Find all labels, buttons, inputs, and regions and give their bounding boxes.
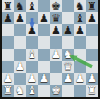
piece-black-king[interactable]: ♚	[50, 0, 62, 12]
square-e8[interactable]: ♚	[50, 0, 62, 12]
square-c4[interactable]: ♝	[26, 49, 38, 61]
piece-white-pawn[interactable]: ♟	[14, 61, 26, 73]
piece-black-queen[interactable]: ♛	[50, 12, 62, 24]
piece-white-bishop[interactable]: ♝	[26, 49, 38, 61]
piece-black-bishop[interactable]: ♝	[26, 0, 38, 12]
app-background: ♜♞♝♚♞♜♟♟♟♛♝♟♟♟♟♟♝♟♞♟♛♟♟♟♟♟♟♜♞♝♚♜	[0, 0, 100, 99]
piece-white-pawn[interactable]: ♟	[50, 49, 62, 61]
square-g7[interactable]: ♝	[74, 12, 86, 24]
square-d1[interactable]	[38, 85, 50, 97]
piece-white-pawn[interactable]: ♟	[38, 73, 50, 85]
square-d7[interactable]: ♟	[38, 12, 50, 24]
piece-white-pawn[interactable]: ♟	[86, 73, 98, 85]
square-e7[interactable]: ♛	[50, 12, 62, 24]
square-b5[interactable]	[14, 36, 26, 48]
square-f1[interactable]	[62, 85, 74, 97]
square-d5[interactable]	[38, 36, 50, 48]
square-g1[interactable]	[74, 85, 86, 97]
piece-black-knight[interactable]: ♞	[74, 0, 86, 12]
square-b7[interactable]: ♟	[14, 12, 26, 24]
square-d3[interactable]	[38, 61, 50, 73]
square-g5[interactable]	[74, 36, 86, 48]
square-f3[interactable]: ♛	[62, 61, 74, 73]
square-h5[interactable]	[86, 36, 98, 48]
square-c6[interactable]: ♟	[26, 24, 38, 36]
square-h6[interactable]	[86, 24, 98, 36]
square-f5[interactable]	[62, 36, 74, 48]
piece-white-king[interactable]: ♚	[50, 85, 62, 97]
piece-black-pawn[interactable]: ♟	[38, 12, 50, 24]
piece-black-pawn[interactable]: ♟	[26, 24, 38, 36]
square-a3[interactable]	[2, 61, 14, 73]
piece-black-pawn[interactable]: ♟	[62, 24, 74, 36]
piece-white-rook[interactable]: ♜	[86, 85, 98, 97]
square-h8[interactable]: ♜	[86, 0, 98, 12]
square-a1[interactable]: ♜	[2, 85, 14, 97]
square-a4[interactable]	[2, 49, 14, 61]
piece-black-pawn[interactable]: ♟	[2, 12, 14, 24]
piece-black-rook[interactable]: ♜	[86, 0, 98, 12]
piece-white-pawn[interactable]: ♟	[62, 73, 74, 85]
square-g6[interactable]: ♟	[74, 24, 86, 36]
square-b3[interactable]: ♟	[14, 61, 26, 73]
piece-white-knight[interactable]: ♞	[62, 49, 74, 61]
square-b4[interactable]	[14, 49, 26, 61]
square-c3[interactable]	[26, 61, 38, 73]
piece-black-pawn[interactable]: ♟	[14, 12, 26, 24]
square-g8[interactable]: ♞	[74, 0, 86, 12]
square-f7[interactable]	[62, 12, 74, 24]
piece-black-pawn[interactable]: ♟	[86, 12, 98, 24]
square-e4[interactable]: ♟	[50, 49, 62, 61]
chess-board[interactable]: ♜♞♝♚♞♜♟♟♟♛♝♟♟♟♟♟♝♟♞♟♛♟♟♟♟♟♟♜♞♝♚♜	[2, 0, 98, 97]
square-a6[interactable]	[2, 24, 14, 36]
piece-white-queen[interactable]: ♛	[62, 61, 74, 73]
square-g2[interactable]: ♟	[74, 73, 86, 85]
square-b6[interactable]	[14, 24, 26, 36]
piece-black-pawn[interactable]: ♟	[50, 24, 62, 36]
square-f6[interactable]: ♟	[62, 24, 74, 36]
piece-white-pawn[interactable]: ♟	[74, 73, 86, 85]
piece-white-knight[interactable]: ♞	[14, 85, 26, 97]
square-f8[interactable]	[62, 0, 74, 12]
square-f4[interactable]: ♞	[62, 49, 74, 61]
square-h7[interactable]: ♟	[86, 12, 98, 24]
square-c1[interactable]: ♝	[26, 85, 38, 97]
square-a5[interactable]	[2, 36, 14, 48]
square-b1[interactable]: ♞	[14, 85, 26, 97]
piece-white-rook[interactable]: ♜	[2, 85, 14, 97]
square-d2[interactable]: ♟	[38, 73, 50, 85]
square-c5[interactable]	[26, 36, 38, 48]
square-d8[interactable]	[38, 0, 50, 12]
piece-black-knight[interactable]: ♞	[14, 0, 26, 12]
square-h3[interactable]	[86, 61, 98, 73]
square-g3[interactable]	[74, 61, 86, 73]
piece-black-pawn[interactable]: ♟	[74, 24, 86, 36]
square-e3[interactable]	[50, 61, 62, 73]
square-c8[interactable]: ♝	[26, 0, 38, 12]
square-b8[interactable]: ♞	[14, 0, 26, 12]
square-e1[interactable]: ♚	[50, 85, 62, 97]
square-g4[interactable]	[74, 49, 86, 61]
square-a8[interactable]: ♜	[2, 0, 14, 12]
square-h2[interactable]: ♟	[86, 73, 98, 85]
square-f2[interactable]: ♟	[62, 73, 74, 85]
square-d4[interactable]	[38, 49, 50, 61]
piece-white-bishop[interactable]: ♝	[26, 85, 38, 97]
piece-black-rook[interactable]: ♜	[2, 0, 14, 12]
square-a2[interactable]: ♟	[2, 73, 14, 85]
square-e6[interactable]: ♟	[50, 24, 62, 36]
square-e5[interactable]	[50, 36, 62, 48]
piece-black-bishop[interactable]: ♝	[74, 12, 86, 24]
square-h1[interactable]: ♜	[86, 85, 98, 97]
square-a7[interactable]: ♟	[2, 12, 14, 24]
piece-white-pawn[interactable]: ♟	[2, 73, 14, 85]
square-d6[interactable]	[38, 24, 50, 36]
square-h4[interactable]	[86, 49, 98, 61]
square-c7[interactable]	[26, 12, 38, 24]
